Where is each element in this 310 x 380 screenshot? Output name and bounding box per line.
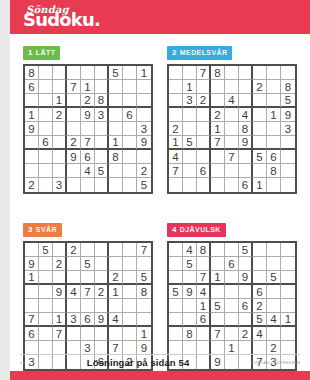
cell-r7c9 xyxy=(281,150,295,164)
cell-r2c6 xyxy=(239,80,253,94)
cell-r1c7 xyxy=(253,243,267,257)
cell-r4c6: 4 xyxy=(239,108,253,122)
cell-r2c8 xyxy=(123,80,137,94)
cell-r2c8 xyxy=(267,80,281,94)
badge-number: 1 xyxy=(28,48,33,57)
cell-r4c6: 3 xyxy=(95,108,109,122)
cell-r8c8: 8 xyxy=(267,164,281,178)
cell-r7c9 xyxy=(281,327,295,341)
cell-r3c9 xyxy=(137,94,151,108)
cell-r8c6: 5 xyxy=(95,164,109,178)
cell-r9c5 xyxy=(81,178,95,192)
cell-r2c1 xyxy=(169,257,183,271)
cell-r2c8 xyxy=(123,257,137,271)
cell-r1c1 xyxy=(169,243,183,257)
cell-r4c2: 9 xyxy=(183,285,197,299)
cell-r7c4 xyxy=(67,327,81,341)
difficulty-badge-4: 4 DJÄVULSK xyxy=(167,223,226,237)
cell-r8c5 xyxy=(225,164,239,178)
cell-r2c2 xyxy=(39,80,53,94)
cell-r4c1: 5 xyxy=(169,285,183,299)
cell-r2c6 xyxy=(95,80,109,94)
cell-r6c9: 9 xyxy=(137,136,151,150)
cell-r5c4: 1 xyxy=(211,122,225,136)
cell-r2c1 xyxy=(169,80,183,94)
cell-r5c5 xyxy=(225,122,239,136)
cell-r2c1: 6 xyxy=(25,80,39,94)
cell-r2c5: 5 xyxy=(81,257,95,271)
cell-r6c8 xyxy=(267,136,281,150)
badge-label: DJÄVULSK xyxy=(180,226,221,233)
cell-r1c1 xyxy=(25,243,39,257)
cell-r3c8: 5 xyxy=(267,271,281,285)
cell-r4c4 xyxy=(67,108,81,122)
cell-r7c3 xyxy=(197,150,211,164)
cell-r8c8 xyxy=(123,341,137,355)
cell-r6c2 xyxy=(39,313,53,327)
cell-r9c6: 6 xyxy=(239,178,253,192)
cell-r9c8 xyxy=(267,178,281,192)
cell-r3c9 xyxy=(281,271,295,285)
cell-r3c9: 5 xyxy=(137,271,151,285)
cell-r3c6 xyxy=(239,94,253,108)
cell-r6c8 xyxy=(123,136,137,150)
cell-r7c3 xyxy=(53,150,67,164)
cell-r9c6 xyxy=(95,178,109,192)
cell-r1c8 xyxy=(267,243,281,257)
cell-r3c5 xyxy=(81,271,95,285)
cell-r1c8 xyxy=(123,66,137,80)
cell-r3c4 xyxy=(211,94,225,108)
cell-r6c1: 7 xyxy=(25,313,39,327)
cell-r6c4: 7 xyxy=(211,136,225,150)
cell-r2c9 xyxy=(137,80,151,94)
cell-r7c5 xyxy=(81,327,95,341)
cell-r4c5: 7 xyxy=(81,285,95,299)
cell-r5c7 xyxy=(109,122,123,136)
cell-r5c3: 1 xyxy=(197,299,211,313)
cell-r5c9 xyxy=(281,299,295,313)
cell-r2c2: 5 xyxy=(183,257,197,271)
cell-r5c7: 2 xyxy=(253,299,267,313)
cell-r7c5: 6 xyxy=(81,150,95,164)
cell-r2c2: 1 xyxy=(183,80,197,94)
cell-r1c4: 8 xyxy=(211,66,225,80)
cell-r1c3: 8 xyxy=(197,243,211,257)
cell-r8c7 xyxy=(253,164,267,178)
cell-r3c2 xyxy=(183,271,197,285)
cell-r3c8 xyxy=(123,271,137,285)
cell-r3c4 xyxy=(67,94,81,108)
badge-label: MEDELSVÅR xyxy=(180,49,228,56)
cell-r5c3 xyxy=(53,299,67,313)
cell-r9c7: 1 xyxy=(253,178,267,192)
cell-r7c4 xyxy=(211,150,225,164)
cell-r2c4: 7 xyxy=(67,80,81,94)
sudoku-grid-3: 527925125947218713694671379362 xyxy=(23,241,153,371)
solutions-note: Lösningar på sidan 54 xyxy=(87,357,189,368)
page-footer: 52 Lösningar på sidan 54 SÖNDAG I EXPRES… xyxy=(10,354,310,380)
cell-r3c1 xyxy=(169,271,183,285)
cell-r2c2 xyxy=(39,257,53,271)
cell-r5c1: 9 xyxy=(25,122,39,136)
cell-r9c4 xyxy=(211,178,225,192)
cell-r1c2: 4 xyxy=(183,243,197,257)
cell-r2c3 xyxy=(53,80,67,94)
cell-r1c3 xyxy=(53,243,67,257)
cell-r4c7 xyxy=(253,108,267,122)
cell-r4c5 xyxy=(225,108,239,122)
cell-r1c6 xyxy=(95,243,109,257)
badge-label: SVÅR xyxy=(36,226,57,233)
cell-r7c7: 8 xyxy=(109,150,123,164)
cell-r7c6 xyxy=(239,150,253,164)
cell-r7c2 xyxy=(39,150,53,164)
cell-r2c4 xyxy=(211,80,225,94)
cell-r8c1 xyxy=(25,164,39,178)
cell-r8c9: 2 xyxy=(137,164,151,178)
cell-r4c8: 1 xyxy=(267,108,281,122)
newspaper-sudoku-page: Söndag Sudoku. 1 LÄTT 851671128129369362… xyxy=(10,0,310,380)
cell-r1c6 xyxy=(239,66,253,80)
cell-r9c4 xyxy=(67,178,81,192)
cell-r9c3 xyxy=(197,178,211,192)
cell-r9c9 xyxy=(281,178,295,192)
cell-r1c8 xyxy=(123,243,137,257)
cell-r6c3 xyxy=(53,136,67,150)
sudoku-grid-1: 851671128129369362719968452235 xyxy=(23,64,153,194)
cell-r2c7 xyxy=(109,80,123,94)
cell-r1c9: 7 xyxy=(137,243,151,257)
puzzle-1-easy: 1 LÄTT 851671128129369362719968452235 xyxy=(23,41,153,194)
cell-r3c4 xyxy=(67,271,81,285)
cell-r6c5: 7 xyxy=(81,136,95,150)
cell-r6c7: 1 xyxy=(109,136,123,150)
cell-r5c4 xyxy=(67,299,81,313)
cell-r2c9: 8 xyxy=(281,80,295,94)
cell-r6c2: 5 xyxy=(183,136,197,150)
cell-r4c3 xyxy=(197,108,211,122)
cell-r6c8: 4 xyxy=(267,313,281,327)
cell-r1c3 xyxy=(53,66,67,80)
cell-r8c3 xyxy=(53,341,67,355)
cell-r6c3: 6 xyxy=(197,313,211,327)
cell-r7c6 xyxy=(95,150,109,164)
cell-r9c9: 5 xyxy=(137,178,151,192)
cell-r5c5 xyxy=(81,122,95,136)
cell-r5c5 xyxy=(225,299,239,313)
cell-r1c7 xyxy=(253,66,267,80)
cell-r7c2 xyxy=(183,150,197,164)
puzzle-area: 1 LÄTT 851671128129369362719968452235 2 … xyxy=(10,34,310,371)
cell-r8c3: 6 xyxy=(197,164,211,178)
cell-r7c3: 7 xyxy=(53,327,67,341)
cell-r4c4 xyxy=(211,285,225,299)
cell-r3c1 xyxy=(25,94,39,108)
cell-r8c1 xyxy=(25,341,39,355)
cell-r7c4: 7 xyxy=(211,327,225,341)
cell-r1c4: 2 xyxy=(67,243,81,257)
cell-r6c2: 6 xyxy=(39,136,53,150)
cell-r2c9 xyxy=(281,257,295,271)
cell-r8c8 xyxy=(123,164,137,178)
cell-r7c1: 4 xyxy=(169,150,183,164)
cell-r5c9: 3 xyxy=(137,122,151,136)
cell-r3c1: 1 xyxy=(25,271,39,285)
cell-r1c4 xyxy=(67,66,81,80)
cell-r7c1 xyxy=(169,327,183,341)
cell-r1c6 xyxy=(95,66,109,80)
cell-r7c1: 6 xyxy=(25,327,39,341)
cell-r5c8 xyxy=(123,299,137,313)
cell-r2c1: 9 xyxy=(25,257,39,271)
cell-r1c5 xyxy=(81,243,95,257)
cell-r4c1: 1 xyxy=(25,108,39,122)
logo: Söndag Sudoku. xyxy=(23,5,100,29)
cell-r8c5: 4 xyxy=(81,164,95,178)
cell-r2c4 xyxy=(211,257,225,271)
cell-r6c3 xyxy=(197,136,211,150)
cell-r4c9 xyxy=(281,285,295,299)
cell-r2c3: 2 xyxy=(53,257,67,271)
cell-r5c9: 3 xyxy=(281,122,295,136)
cell-r8c5: 3 xyxy=(81,341,95,355)
cell-r4c6 xyxy=(239,285,253,299)
cell-r5c4 xyxy=(67,122,81,136)
cell-r3c5 xyxy=(225,271,239,285)
cell-r6c5: 6 xyxy=(81,313,95,327)
cell-r4c4: 4 xyxy=(67,285,81,299)
cell-r2c5 xyxy=(225,80,239,94)
page-number: 52 xyxy=(20,360,25,365)
cell-r8c2 xyxy=(39,164,53,178)
cell-r5c9 xyxy=(137,299,151,313)
badge-number: 4 xyxy=(172,225,177,234)
cell-r1c5 xyxy=(81,66,95,80)
cell-r5c6 xyxy=(95,122,109,136)
cell-r5c2 xyxy=(39,122,53,136)
cell-r9c5 xyxy=(225,178,239,192)
cell-r3c3: 7 xyxy=(197,271,211,285)
cell-r8c3 xyxy=(197,341,211,355)
cell-r6c9 xyxy=(281,136,295,150)
cell-r4c8 xyxy=(267,285,281,299)
cell-r2c5: 1 xyxy=(81,80,95,94)
cell-r5c3 xyxy=(53,122,67,136)
cell-r8c5: 1 xyxy=(225,341,239,355)
footer-row: 52 Lösningar på sidan 54 SÖNDAG I EXPRES… xyxy=(10,355,310,371)
cell-r3c7 xyxy=(253,271,267,285)
cell-r5c1 xyxy=(169,299,183,313)
cell-r6c6 xyxy=(239,313,253,327)
cell-r8c9 xyxy=(281,341,295,355)
cell-r3c7 xyxy=(109,94,123,108)
cell-r3c2 xyxy=(39,271,53,285)
cell-r6c3: 1 xyxy=(53,313,67,327)
cell-r6c5 xyxy=(225,313,239,327)
cell-r4c3: 4 xyxy=(197,285,211,299)
cell-r1c7: 5 xyxy=(109,66,123,80)
cell-r5c3 xyxy=(197,122,211,136)
cell-r1c9 xyxy=(281,243,295,257)
cell-r4c2 xyxy=(39,285,53,299)
masthead: Söndag Sudoku. xyxy=(10,0,310,34)
logo-title: Sudoku. xyxy=(23,11,100,29)
difficulty-badge-3: 3 SVÅR xyxy=(23,223,62,237)
cell-r1c2: 5 xyxy=(39,243,53,257)
cell-r9c1 xyxy=(169,178,183,192)
cell-r1c3: 7 xyxy=(197,66,211,80)
cell-r8c3 xyxy=(53,164,67,178)
cell-r6c1 xyxy=(169,313,183,327)
cell-r4c9 xyxy=(137,108,151,122)
cell-r8c1 xyxy=(169,341,183,355)
cell-r3c7 xyxy=(253,94,267,108)
cell-r8c2 xyxy=(183,341,197,355)
cell-r5c8 xyxy=(267,299,281,313)
cell-r3c5: 2 xyxy=(81,94,95,108)
cell-r7c6 xyxy=(95,327,109,341)
cell-r5c7 xyxy=(253,122,267,136)
cell-r8c4 xyxy=(211,341,225,355)
cell-r3c8 xyxy=(123,94,137,108)
cell-r7c4: 9 xyxy=(67,150,81,164)
cell-r7c8 xyxy=(123,150,137,164)
cell-r8c9: 9 xyxy=(137,341,151,355)
cell-r3c2 xyxy=(39,94,53,108)
cell-r5c4: 5 xyxy=(211,299,225,313)
cell-r7c8 xyxy=(267,327,281,341)
cell-r3c8 xyxy=(267,94,281,108)
sudoku-grid-4: 485567195594615626541872412973 xyxy=(167,241,297,371)
cell-r4c8 xyxy=(123,285,137,299)
cell-r4c7: 6 xyxy=(253,285,267,299)
cell-r3c4: 1 xyxy=(211,271,225,285)
cell-r8c4 xyxy=(67,164,81,178)
cell-r8c8: 2 xyxy=(267,341,281,355)
puzzle-2-medium: 2 MEDELSVÅR 7812832452419218315794756768… xyxy=(167,41,297,194)
cell-r8c4 xyxy=(67,341,81,355)
cell-r2c9 xyxy=(137,257,151,271)
cell-r4c9: 8 xyxy=(137,285,151,299)
cell-r4c4: 2 xyxy=(211,108,225,122)
cell-r8c2 xyxy=(39,341,53,355)
puzzle-4-devilish: 4 DJÄVULSK 48556719559461562654187241297… xyxy=(167,218,297,371)
cell-r9c3: 3 xyxy=(53,178,67,192)
cell-r1c8 xyxy=(267,66,281,80)
cell-r7c8: 6 xyxy=(267,150,281,164)
cell-r6c4 xyxy=(211,313,225,327)
cell-r1c5 xyxy=(225,66,239,80)
cell-r4c7: 1 xyxy=(109,285,123,299)
cell-r5c6: 8 xyxy=(239,122,253,136)
cell-r7c5: 7 xyxy=(225,150,239,164)
cell-r9c2 xyxy=(39,178,53,192)
cell-r8c4 xyxy=(211,164,225,178)
cell-r6c9: 1 xyxy=(281,313,295,327)
cell-r8c6 xyxy=(239,341,253,355)
cell-r2c4 xyxy=(67,257,81,271)
cell-r3c2: 3 xyxy=(183,94,197,108)
cell-r4c3: 9 xyxy=(53,285,67,299)
cell-r5c6 xyxy=(95,299,109,313)
cell-r4c8: 6 xyxy=(123,108,137,122)
cell-r6c4: 3 xyxy=(67,313,81,327)
puzzle-3-hard: 3 SVÅR 527925125947218713694671379362 xyxy=(23,218,153,371)
cell-r4c5 xyxy=(225,285,239,299)
cell-r7c2 xyxy=(39,327,53,341)
cell-r1c2 xyxy=(183,66,197,80)
cell-r1c7 xyxy=(109,243,123,257)
cell-r2c6 xyxy=(239,257,253,271)
cell-r5c2 xyxy=(183,122,197,136)
badge-label: LÄTT xyxy=(36,49,55,56)
cell-r1c9: 1 xyxy=(137,66,151,80)
cell-r3c3 xyxy=(53,271,67,285)
cell-r7c5 xyxy=(225,327,239,341)
cell-r1c6: 5 xyxy=(239,243,253,257)
cell-r6c5 xyxy=(225,136,239,150)
difficulty-badge-1: 1 LÄTT xyxy=(23,46,60,60)
cell-r7c7 xyxy=(109,327,123,341)
cell-r4c9: 9 xyxy=(281,108,295,122)
cell-r7c1 xyxy=(25,150,39,164)
cell-r7c6: 2 xyxy=(239,327,253,341)
cell-r6c8 xyxy=(123,313,137,327)
cell-r9c2 xyxy=(183,178,197,192)
cell-r6c6: 9 xyxy=(239,136,253,150)
cell-r5c5 xyxy=(81,299,95,313)
difficulty-badge-2: 2 MEDELSVÅR xyxy=(167,46,232,60)
cell-r8c7 xyxy=(253,341,267,355)
badge-number: 3 xyxy=(28,225,33,234)
badge-number: 2 xyxy=(172,48,177,57)
cell-r6c7 xyxy=(253,136,267,150)
cell-r3c6: 9 xyxy=(239,271,253,285)
cell-r9c1: 2 xyxy=(25,178,39,192)
cell-r8c6 xyxy=(95,341,109,355)
cell-r8c1: 7 xyxy=(169,164,183,178)
cell-r2c5: 6 xyxy=(225,257,239,271)
cell-r7c3 xyxy=(197,327,211,341)
cell-r4c6: 2 xyxy=(95,285,109,299)
cell-r3c6: 8 xyxy=(95,94,109,108)
cell-r5c1 xyxy=(25,299,39,313)
cell-r3c1 xyxy=(169,94,183,108)
cell-r4c1 xyxy=(25,285,39,299)
cell-r5c8 xyxy=(267,122,281,136)
cell-r9c7 xyxy=(109,178,123,192)
cell-r2c3 xyxy=(197,80,211,94)
edition-marker: SÖNDAG I EXPRESSEN xyxy=(251,360,300,365)
cell-r2c7 xyxy=(253,257,267,271)
cell-r1c1 xyxy=(169,66,183,80)
cell-r3c6 xyxy=(95,271,109,285)
cell-r4c3: 2 xyxy=(53,108,67,122)
cell-r6c2 xyxy=(183,313,197,327)
cell-r6c6: 9 xyxy=(95,313,109,327)
cell-r8c9 xyxy=(281,164,295,178)
cell-r7c9: 1 xyxy=(137,327,151,341)
cell-r6c9 xyxy=(137,313,151,327)
cell-r1c1: 8 xyxy=(25,66,39,80)
cell-r9c8 xyxy=(123,178,137,192)
cell-r2c7: 2 xyxy=(253,80,267,94)
cell-r7c7: 4 xyxy=(253,327,267,341)
cell-r3c9: 5 xyxy=(281,94,295,108)
cell-r5c2 xyxy=(183,299,197,313)
cell-r4c5: 9 xyxy=(81,108,95,122)
